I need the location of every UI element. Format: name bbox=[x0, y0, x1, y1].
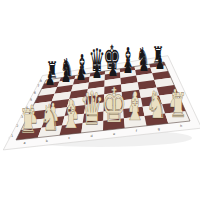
file-label-c: c bbox=[68, 136, 70, 140]
rank-label-5: 5 bbox=[30, 98, 32, 102]
file-label-h: h bbox=[180, 124, 182, 128]
file-label-d: d bbox=[91, 134, 93, 138]
rank-label-1: 1 bbox=[11, 134, 13, 138]
rank-label-7: 7 bbox=[37, 84, 39, 88]
rank-label-2: 2 bbox=[16, 124, 18, 128]
file-label-b: b bbox=[46, 139, 48, 143]
rank-label-6: 6 bbox=[34, 91, 36, 95]
file-label-g: g bbox=[158, 127, 160, 131]
file-label-e: e bbox=[113, 132, 115, 136]
rank-label-3: 3 bbox=[21, 115, 23, 119]
rank-label-4: 4 bbox=[26, 106, 28, 110]
file-label-a: a bbox=[23, 141, 25, 145]
rank-label-8: 8 bbox=[40, 79, 42, 83]
chess-set-photo: abcdefgh12345678 ♜♞♝♛♚♝♞♜♟♟♟♟♟♟♟♟♟♟♟♟♟♟♟… bbox=[0, 0, 200, 200]
chess-board: abcdefgh12345678 bbox=[0, 0, 200, 200]
